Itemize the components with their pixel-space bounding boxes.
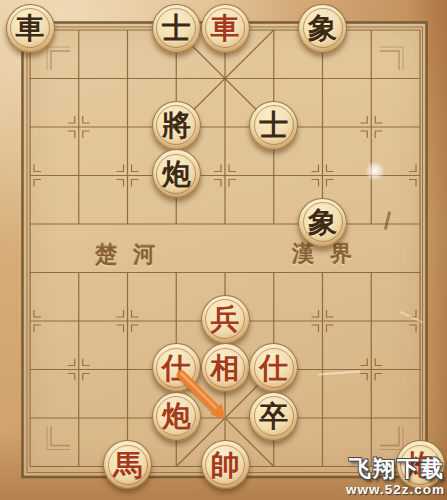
piece-black-soldier[interactable]: 卒 — [249, 392, 298, 441]
piece-character: 車 — [16, 13, 45, 43]
piece-red-cannon[interactable]: 炮 — [152, 392, 201, 441]
piece-black-elephant[interactable]: 象 — [298, 4, 347, 53]
piece-red-advisor[interactable]: 仕 — [249, 343, 298, 392]
piece-character: 兵 — [211, 304, 240, 334]
piece-red-advisor[interactable]: 仕 — [152, 343, 201, 392]
piece-red-soldier[interactable]: 兵 — [201, 295, 250, 344]
piece-black-chariot[interactable]: 車 — [6, 4, 55, 53]
piece-character: 卒 — [259, 401, 288, 431]
piece-character: 象 — [308, 13, 337, 43]
piece-black-advisor[interactable]: 士 — [152, 4, 201, 53]
watermark: 飞翔下载 www.52z.com — [346, 456, 445, 497]
piece-black-elephant[interactable]: 象 — [298, 198, 347, 247]
piece-red-elephant[interactable]: 相 — [201, 343, 250, 392]
piece-black-general[interactable]: 將 — [152, 101, 201, 150]
xiangqi-game-screen: 楚河 漢界 車士車象將士炮象兵仕相仕炮卒馬帥炮 飞翔下载 www.52z.com — [0, 0, 447, 500]
piece-black-advisor[interactable]: 士 — [249, 101, 298, 150]
piece-character: 炮 — [162, 159, 191, 189]
piece-grid: 車士車象將士炮象兵仕相仕炮卒馬帥炮 — [6, 6, 445, 491]
piece-character: 士 — [162, 13, 191, 43]
piece-red-horse[interactable]: 馬 — [103, 440, 152, 489]
piece-character: 士 — [259, 110, 288, 140]
piece-character: 仕 — [162, 353, 191, 383]
sparkle-effect — [365, 161, 385, 181]
piece-character: 仕 — [259, 353, 288, 383]
piece-character: 車 — [211, 13, 240, 43]
watermark-title: 飞翔下载 — [346, 456, 445, 482]
piece-character: 馬 — [113, 450, 142, 480]
piece-character: 將 — [162, 110, 191, 140]
piece-character: 帥 — [211, 450, 240, 480]
piece-red-chariot[interactable]: 車 — [201, 4, 250, 53]
piece-character: 象 — [308, 207, 337, 237]
piece-black-cannon[interactable]: 炮 — [152, 149, 201, 198]
piece-character: 相 — [211, 353, 240, 383]
piece-red-general[interactable]: 帥 — [201, 440, 250, 489]
watermark-url: www.52z.com — [346, 482, 445, 497]
piece-character: 炮 — [162, 401, 191, 431]
